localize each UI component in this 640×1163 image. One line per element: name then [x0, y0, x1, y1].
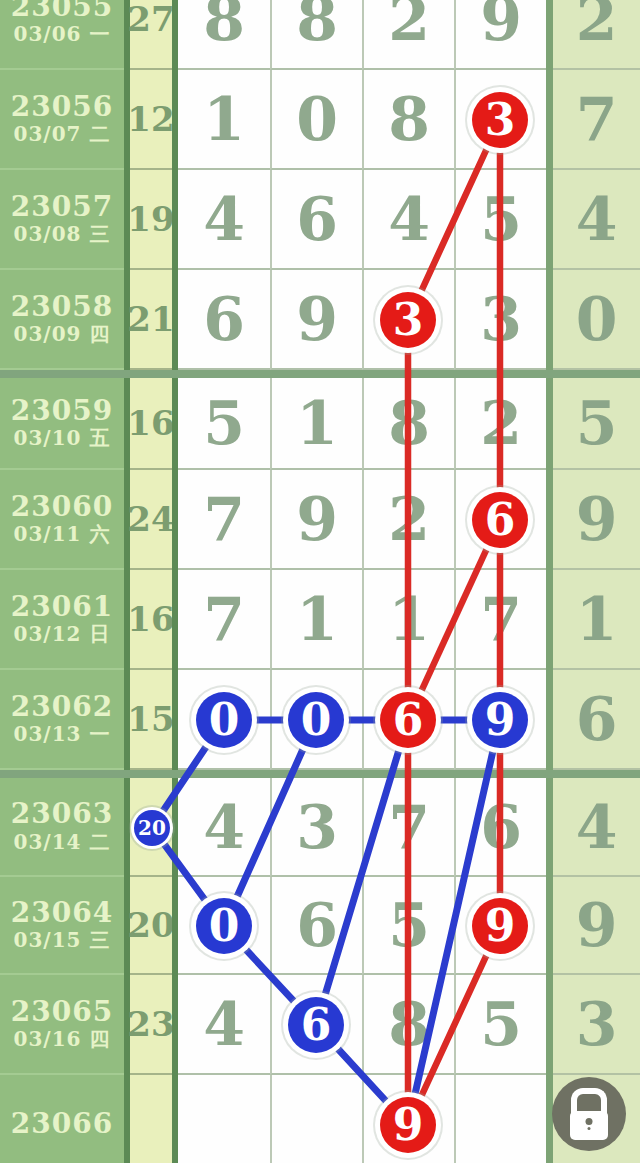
draw-number: 23065 — [11, 996, 113, 1027]
extra-digit-cell: 9 — [553, 470, 640, 570]
hot-number-circle: 6 — [380, 692, 436, 748]
digit-cell: 4 — [178, 170, 270, 270]
digit-cell: 2 — [362, 0, 454, 70]
draw-date: 03/06 一 — [14, 22, 111, 47]
draw-date: 03/10 五 — [14, 426, 111, 451]
draw-label-cell: 23066 — [0, 1075, 124, 1163]
column-border — [546, 470, 553, 570]
sum-badge: 20 — [134, 810, 170, 846]
digit-cell: 6 — [270, 877, 362, 975]
sum-cell: 16 — [130, 570, 172, 670]
column-border — [546, 0, 553, 70]
extra-digit-cell: 3 — [553, 975, 640, 1075]
draw-label-cell: 2305603/07 二 — [0, 70, 124, 170]
draw-row: 2306303/14 二43764 — [0, 778, 640, 877]
sum-cell — [130, 1075, 172, 1163]
digit-cell — [178, 1075, 270, 1163]
draw-date: 03/11 六 — [14, 522, 111, 547]
digit-cell: 8 — [178, 0, 270, 70]
draw-label-cell: 2305503/06 一 — [0, 0, 124, 70]
digit-cell: 3 — [270, 778, 362, 877]
draw-date: 03/13 一 — [14, 722, 111, 747]
draw-label-cell: 2306303/14 二 — [0, 778, 124, 877]
digit-cell: 3 — [454, 270, 546, 370]
hot-number-circle: 9 — [472, 898, 528, 954]
digit-cell: 6 — [454, 778, 546, 877]
draw-date: 03/07 二 — [14, 122, 111, 147]
hot-number-circle: 6 — [472, 492, 528, 548]
digit-cell: 9 — [454, 0, 546, 70]
extra-digit-cell: 7 — [553, 70, 640, 170]
draw-row: 2305703/08 三1946454 — [0, 170, 640, 270]
repeat-number-circle: 9 — [472, 692, 528, 748]
digit-cell: 6 — [270, 170, 362, 270]
draw-row: 2306003/11 六247929 — [0, 470, 640, 570]
draw-label-cell: 2306203/13 一 — [0, 670, 124, 770]
draw-row: 2306403/15 三20659 — [0, 877, 640, 975]
column-border — [546, 70, 553, 170]
draw-label-cell: 2306003/11 六 — [0, 470, 124, 570]
repeat-number-circle: 0 — [196, 692, 252, 748]
draw-label-cell: 2306103/12 日 — [0, 570, 124, 670]
draw-date: 03/12 日 — [14, 622, 111, 647]
draw-number: 23055 — [11, 0, 113, 22]
digit-cell: 0 — [270, 70, 362, 170]
extra-digit-cell: 2 — [553, 0, 640, 70]
hot-number-circle: 3 — [380, 292, 436, 348]
draw-row: 2305503/06 一2788292 — [0, 0, 640, 70]
sum-cell: 23 — [130, 975, 172, 1075]
draw-number: 23056 — [11, 91, 113, 122]
sum-cell: 16 — [130, 378, 172, 470]
digit-cell: 1 — [178, 70, 270, 170]
draw-row: 2305803/09 四216930 — [0, 270, 640, 370]
draw-date: 03/16 四 — [14, 1027, 111, 1052]
digit-cell: 5 — [454, 975, 546, 1075]
repeat-number-circle: 6 — [288, 997, 344, 1053]
draw-date: 03/15 三 — [14, 928, 111, 953]
group-separator — [0, 370, 640, 378]
draw-date: 03/09 四 — [14, 322, 111, 347]
digit-cell: 7 — [178, 570, 270, 670]
digit-cell: 9 — [270, 470, 362, 570]
draw-row: 2305603/07 二121087 — [0, 70, 640, 170]
extra-digit-cell: 1 — [553, 570, 640, 670]
draw-row: 2306103/12 日1671171 — [0, 570, 640, 670]
extra-digit-cell: 4 — [553, 170, 640, 270]
sum-cell: 12 — [130, 70, 172, 170]
sum-cell: 19 — [130, 170, 172, 270]
column-border — [546, 378, 553, 470]
digit-cell: 8 — [362, 378, 454, 470]
digit-cell: 1 — [270, 378, 362, 470]
digit-cell: 8 — [270, 0, 362, 70]
digit-cell: 2 — [362, 470, 454, 570]
digit-cell: 5 — [178, 378, 270, 470]
column-border — [546, 170, 553, 270]
draw-label-cell: 2305803/09 四 — [0, 270, 124, 370]
hot-number-circle: 3 — [472, 92, 528, 148]
draw-number: 23059 — [11, 395, 113, 426]
extra-digit-cell: 0 — [553, 270, 640, 370]
sum-cell: 27 — [130, 0, 172, 70]
draw-label-cell: 2306403/15 三 — [0, 877, 124, 975]
repeat-number-circle: 0 — [196, 898, 252, 954]
extra-digit-cell: 6 — [553, 670, 640, 770]
digit-cell: 5 — [362, 877, 454, 975]
digit-cell: 2 — [454, 378, 546, 470]
sum-cell: 20 — [130, 877, 172, 975]
hot-number-circle: 9 — [380, 1097, 436, 1153]
digit-cell: 4 — [362, 170, 454, 270]
column-border — [546, 877, 553, 975]
extra-digit-cell: 9 — [553, 877, 640, 975]
draw-row: 2305903/10 五1651825 — [0, 378, 640, 470]
draw-label-cell: 2306503/16 四 — [0, 975, 124, 1075]
extra-digit-cell: 4 — [553, 778, 640, 877]
column-border — [546, 670, 553, 770]
sum-cell: 15 — [130, 670, 172, 770]
column-border — [546, 975, 553, 1075]
lock-button[interactable] — [552, 1077, 626, 1151]
digit-cell: 1 — [362, 570, 454, 670]
draw-number: 23057 — [11, 191, 113, 222]
sum-cell: 21 — [130, 270, 172, 370]
draw-label-cell: 2305903/10 五 — [0, 378, 124, 470]
draw-number: 23062 — [11, 691, 113, 722]
draw-number: 23064 — [11, 897, 113, 928]
draw-row: 23066 — [0, 1075, 640, 1163]
draw-number: 23066 — [11, 1108, 113, 1139]
digit-cell: 6 — [178, 270, 270, 370]
draw-number: 23063 — [11, 798, 113, 829]
extra-digit-cell: 5 — [553, 378, 640, 470]
digit-cell: 9 — [270, 270, 362, 370]
digit-cell: 5 — [454, 170, 546, 270]
digit-cell: 4 — [178, 778, 270, 877]
draw-date: 03/14 二 — [14, 830, 111, 855]
digit-cell — [270, 1075, 362, 1163]
digit-cell — [454, 1075, 546, 1163]
column-border — [546, 270, 553, 370]
draw-number: 23061 — [11, 591, 113, 622]
trend-chart-board: 2305503/06 一27882922305603/07 二121087230… — [0, 0, 640, 1163]
draw-label-cell: 2305703/08 三 — [0, 170, 124, 270]
column-border — [546, 778, 553, 877]
group-separator — [0, 770, 640, 778]
digit-cell: 8 — [362, 70, 454, 170]
draw-date: 03/08 三 — [14, 222, 111, 247]
draw-number: 23060 — [11, 491, 113, 522]
column-border — [546, 570, 553, 670]
digit-cell: 8 — [362, 975, 454, 1075]
repeat-number-circle: 0 — [288, 692, 344, 748]
digit-cell: 7 — [454, 570, 546, 670]
digit-cell: 1 — [270, 570, 362, 670]
digit-cell: 7 — [178, 470, 270, 570]
digit-cell: 4 — [178, 975, 270, 1075]
digit-cell: 7 — [362, 778, 454, 877]
draw-number: 23058 — [11, 291, 113, 322]
sum-cell: 24 — [130, 470, 172, 570]
